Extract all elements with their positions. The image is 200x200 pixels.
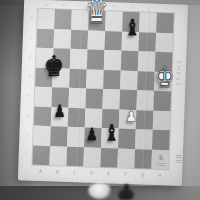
file-label-d: D bbox=[83, 170, 100, 176]
photo-scene: ABCDEFGH ABCDEFGH 87654321 CHESS ♞ ♛♝♚♚♟… bbox=[0, 0, 200, 200]
piece-black-pawn-b3[interactable]: ♟ bbox=[51, 93, 68, 119]
captured-black-piece[interactable] bbox=[117, 189, 135, 200]
piece-white-king-h5[interactable]: ♚ bbox=[156, 65, 173, 91]
piece-black-bishop-f8[interactable]: ♝ bbox=[124, 13, 141, 39]
piece-white-queen-d8[interactable]: ♛ bbox=[88, 2, 105, 28]
piece-black-bishop-e2[interactable]: ♝ bbox=[103, 118, 120, 144]
fine-print-marks bbox=[176, 155, 182, 163]
file-label-h: H bbox=[151, 173, 168, 179]
rank-label-4: 4 bbox=[24, 86, 33, 106]
piece-black-king-b5[interactable]: ♚ bbox=[45, 54, 62, 80]
board-brand-text: CHESS bbox=[175, 61, 182, 88]
piece-white-pawn-f3[interactable]: ♟ bbox=[123, 97, 140, 123]
rank-label-2: 2 bbox=[23, 125, 32, 145]
rank-label-7: 7 bbox=[27, 28, 36, 48]
captured-white-piece[interactable] bbox=[88, 183, 112, 199]
file-label-c: C bbox=[66, 170, 83, 176]
rank-label-5: 5 bbox=[25, 67, 34, 87]
rank-label-1: 1 bbox=[22, 145, 31, 165]
file-label-a: A bbox=[32, 169, 49, 175]
file-label-g: G bbox=[140, 6, 157, 11]
file-label-h: H bbox=[157, 6, 174, 11]
rank-label-8: 8 bbox=[27, 8, 36, 28]
file-label-g: G bbox=[134, 172, 151, 178]
chess-board: ABCDEFGH ABCDEFGH 87654321 CHESS ♞ ♛♝♚♚♟… bbox=[18, 0, 188, 186]
file-label-a: A bbox=[38, 2, 55, 7]
file-label-f: F bbox=[123, 5, 140, 10]
piece-layer: ♛♝♚♚♟♟♟♝ bbox=[32, 9, 173, 170]
rank-label-6: 6 bbox=[26, 47, 35, 67]
rank-label-3: 3 bbox=[24, 106, 33, 126]
file-label-b: B bbox=[49, 169, 66, 175]
file-label-b: B bbox=[55, 3, 72, 8]
file-label-e: E bbox=[100, 171, 117, 177]
file-labels-bottom: ABCDEFGH bbox=[32, 169, 168, 179]
file-label-f: F bbox=[117, 172, 134, 178]
piece-black-pawn-d2[interactable]: ♟ bbox=[83, 116, 100, 142]
